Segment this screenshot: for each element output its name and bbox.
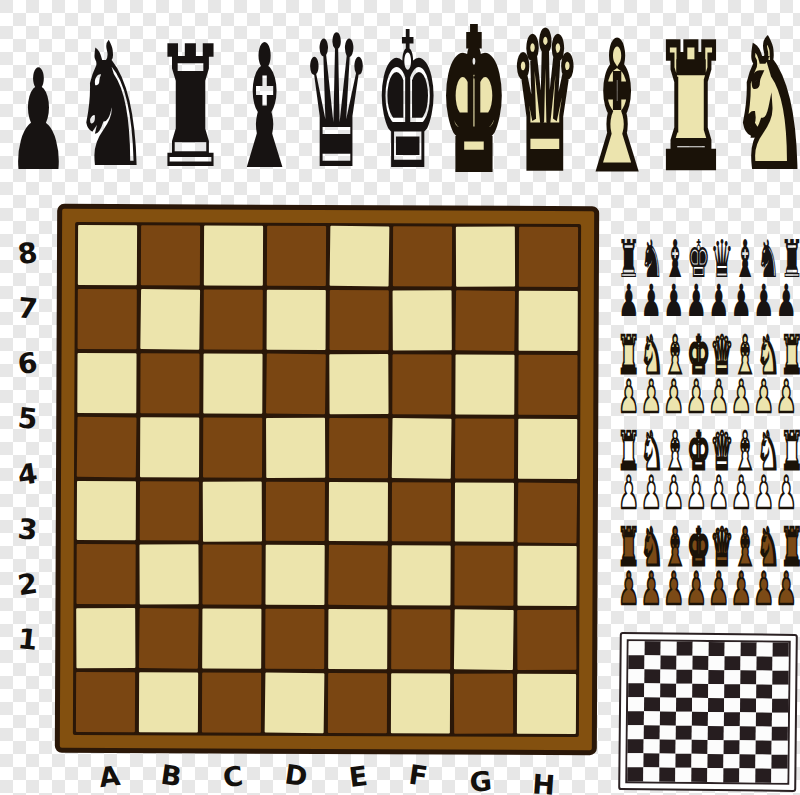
square-d3[interactable] [265,545,324,605]
square-g5[interactable] [455,418,514,478]
mini-square [628,711,644,725]
square-h3[interactable] [517,546,576,606]
mini-square [740,656,756,670]
black-silhouette-bishop-icon: ♝ [230,23,298,194]
file-label-f: F [407,760,429,789]
mini-square [660,656,676,670]
square-c6[interactable] [203,353,262,413]
mini-square [643,753,659,767]
mini-square [628,725,644,739]
square-e3[interactable] [328,545,388,606]
piece-set-black-pawn-row: ♟♟♟♟♟♟♟♟ [617,279,799,323]
square-e2[interactable] [328,609,387,669]
mini-square [741,642,757,656]
mini-square [628,683,644,697]
mini-checkerboard [618,632,798,792]
square-c4[interactable] [203,481,262,541]
square-c7[interactable] [204,289,263,349]
rank-label-8: 8 [16,238,39,268]
black-silhouette-queen-icon: ♛ [302,11,372,194]
cream-outline-rook-icon: ♜ [654,25,728,193]
mini-square [708,726,724,740]
mini-square [660,739,676,753]
file-label-b: B [159,760,183,790]
mini-square [740,698,756,712]
square-b6[interactable] [140,353,199,413]
cream-outline-queen-icon: ♛ [510,11,580,194]
square-f8[interactable] [393,226,452,286]
side-piece-sets: ♜♞♝♚♛♝♞♜♟♟♟♟♟♟♟♟♜♞♝♚♛♝♞♜♟♟♟♟♟♟♟♟♜♞♝♚♛♝♞♜… [617,230,799,614]
black-silhouette-king-icon: ♚ [374,6,440,195]
mini-square [708,740,724,754]
mini-square [708,712,724,726]
square-c8[interactable] [204,225,263,285]
square-f6[interactable] [392,354,451,414]
mini-square [692,684,708,698]
mini-square [692,712,708,726]
mini-square [772,685,788,699]
file-label-c: C [222,761,245,790]
square-b2[interactable] [139,608,199,669]
mini-square [724,740,740,754]
rank-label-7: 7 [17,294,39,324]
piece-set-white: ♜♞♝♚♛♝♞♜♟♟♟♟♟♟♟♟ [617,422,799,518]
mini-square [644,725,660,739]
square-h8[interactable] [519,227,578,287]
mini-square [723,768,739,782]
file-label-g: G [468,767,492,795]
mini-square [692,698,708,712]
square-e1[interactable] [328,673,387,733]
mini-square [756,657,772,671]
mini-square [756,685,772,699]
mini-square [708,698,724,712]
square-a6[interactable] [77,353,136,413]
mini-square [772,699,788,713]
square-f1[interactable] [391,673,450,733]
mini-square [739,768,755,782]
mini-square [660,725,676,739]
mini-square [644,697,660,711]
mini-square [629,641,645,655]
mini-square [659,767,675,781]
mini-square [645,641,661,655]
mini-square [740,726,756,740]
cream-outline-king-icon: ♚ [441,6,507,195]
square-d8[interactable] [267,226,326,286]
rank-label-4: 4 [16,459,39,489]
square-c3[interactable] [202,545,261,605]
mini-square [691,754,707,768]
mini-square [724,712,740,726]
mini-square [660,711,676,725]
mini-square [708,684,724,698]
square-h6[interactable] [518,355,577,415]
mini-square [676,712,692,726]
black-silhouette-pawn-icon: ♟ [8,52,69,191]
file-label-h: H [531,770,555,795]
square-d6[interactable] [266,353,326,414]
mini-square [723,754,739,768]
square-c5[interactable] [203,417,262,477]
mini-square [628,739,644,753]
mini-square [675,768,691,782]
square-e7[interactable] [330,290,389,350]
file-label-d: D [283,760,309,790]
mini-square [676,670,692,684]
square-d4[interactable] [266,481,325,541]
square-a2[interactable] [76,608,135,668]
square-a3[interactable] [76,544,135,604]
rank-label-3: 3 [17,515,39,545]
mini-square [755,755,771,769]
mini-square [677,642,693,656]
square-f5[interactable] [392,418,452,479]
mini-square [708,656,724,670]
rank-label-6: 6 [16,349,39,379]
mini-square [628,697,644,711]
black-piece-set-large: ♟♞♜♝♛♚ [8,98,441,186]
black-silhouette-rook-icon: ♜ [154,25,228,193]
square-g3[interactable] [454,546,513,606]
square-g1[interactable] [454,674,513,734]
mini-square [692,656,708,670]
square-e5[interactable] [329,418,388,478]
mini-square [725,642,741,656]
mini-square [675,754,691,768]
mini-square [772,713,788,727]
square-h1[interactable] [517,674,576,734]
mini-square [644,711,660,725]
mini-square [659,753,675,767]
mini-square [772,671,788,685]
piece-set-brown-pawn-row: ♟♟♟♟♟♟♟♟ [617,567,799,611]
mini-square [757,643,773,657]
mini-square [644,655,660,669]
square-a5[interactable] [77,416,137,477]
square-h7[interactable] [519,291,578,351]
board-frame [55,204,599,755]
square-d7[interactable] [267,290,326,350]
mini-square [772,657,788,671]
board-grid [73,222,581,737]
mini-square [707,754,723,768]
square-c2[interactable] [202,609,261,669]
mini-square [643,767,659,781]
mini-square [756,699,772,713]
mini-square [771,769,787,783]
square-c1[interactable] [202,673,261,733]
square-d1[interactable] [265,673,325,734]
mini-square [740,712,756,726]
mini-square [707,768,723,782]
square-h2[interactable] [517,610,576,670]
square-g7[interactable] [455,290,515,351]
file-labels: ABCDEFGH [78,758,576,792]
piece-set-brown: ♜♞♝♚♛♝♞♜♟♟♟♟♟♟♟♟ [617,518,799,614]
mini-square [740,684,756,698]
cream-piece-set-large: ♚♛♝♜♞♟ [441,98,800,186]
mini-square [756,671,772,685]
square-g6[interactable] [455,354,514,414]
square-f7[interactable] [393,290,452,350]
mini-square [676,740,692,754]
mini-square [724,698,740,712]
square-b3[interactable] [139,545,198,605]
main-chessboard [56,205,598,754]
cream-outline-bishop-icon: ♝ [583,23,651,194]
square-h4[interactable] [517,482,577,543]
mini-square [740,740,756,754]
mini-square [660,683,676,697]
mini-square [628,669,644,683]
square-d2[interactable] [265,609,324,669]
square-f2[interactable] [391,610,450,670]
file-label-a: A [97,761,121,790]
square-a8[interactable] [78,225,137,285]
mini-square [628,655,644,669]
square-f4[interactable] [392,482,451,542]
mini-square [644,739,660,753]
square-b1[interactable] [139,672,198,732]
mini-square [773,643,789,657]
mini-square [772,727,788,741]
mini-square [771,755,787,769]
mini-square [708,670,724,684]
square-d5[interactable] [266,417,325,477]
mini-checkerboard-grid [625,639,790,785]
mini-square [724,726,740,740]
black-silhouette-knight-icon: ♞ [72,21,151,193]
mini-square [692,726,708,740]
square-a7[interactable] [78,289,137,349]
mini-square [693,642,709,656]
mini-square [739,754,755,768]
mini-square [724,656,740,670]
square-e8[interactable] [330,226,390,287]
square-b4[interactable] [140,481,199,541]
mini-square [644,669,660,683]
square-a1[interactable] [76,672,135,732]
mini-square [772,741,788,755]
mini-square [756,727,772,741]
square-h5[interactable] [518,418,577,478]
square-a4[interactable] [77,480,136,540]
piece-set-white-pawn-row: ♟♟♟♟♟♟♟♟ [617,471,799,515]
mini-square [676,726,692,740]
mini-square [644,683,660,697]
mini-square [676,698,692,712]
mini-square [740,670,756,684]
mini-square [755,768,771,782]
file-label-e: E [347,761,369,790]
mini-square [691,768,707,782]
rank-label-2: 2 [16,570,39,600]
rank-label-1: 1 [17,625,39,655]
mini-square [756,741,772,755]
square-b8[interactable] [141,225,200,285]
top-piece-band: ♟♞♜♝♛♚ ♚♛♝♜♞♟ [0,0,800,186]
mini-square [627,767,643,781]
square-g4[interactable] [455,482,514,542]
mini-square [756,713,772,727]
square-b7[interactable] [140,289,200,350]
square-g2[interactable] [454,610,514,671]
chess-clipart-sheet: ♟♞♜♝♛♚ ♚♛♝♜♞♟ 87654321 ABCDEFGH ♜♞♝♚♛♝♞♜… [0,0,800,795]
mini-square [724,670,740,684]
square-e4[interactable] [329,482,388,542]
mini-square [660,669,676,683]
mini-square [661,642,677,656]
square-f3[interactable] [391,546,450,606]
mini-square [676,656,692,670]
square-g8[interactable] [456,227,515,287]
mini-square [692,670,708,684]
mini-square [660,697,676,711]
piece-set-black: ♜♞♝♚♛♝♞♜♟♟♟♟♟♟♟♟ [617,230,799,326]
rank-label-5: 5 [17,404,39,434]
mini-square [627,753,643,767]
rank-labels: 87654321 [10,226,46,668]
cream-outline-knight-icon: ♞ [731,21,800,193]
mini-square [709,642,725,656]
mini-square [692,740,708,754]
piece-set-cream-pawn-row: ♟♟♟♟♟♟♟♟ [617,375,799,419]
mini-square [676,684,692,698]
square-b5[interactable] [140,417,199,477]
piece-set-cream: ♜♞♝♚♛♝♞♜♟♟♟♟♟♟♟♟ [617,326,799,422]
square-e6[interactable] [329,354,388,414]
mini-square [724,684,740,698]
